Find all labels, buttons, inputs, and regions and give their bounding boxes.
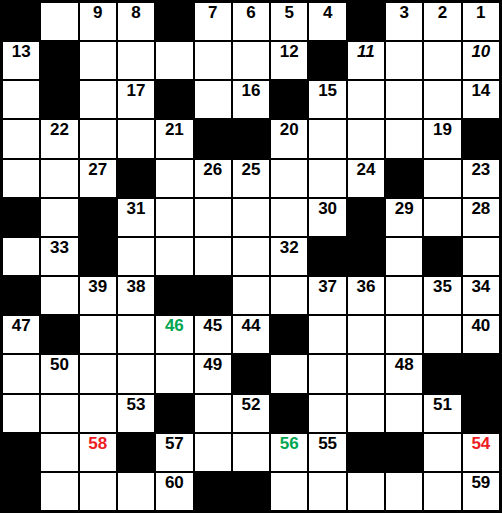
cell-r4c4[interactable]	[118, 120, 154, 157]
cell-r6c5[interactable]	[156, 199, 192, 236]
cell-r2c4[interactable]	[118, 42, 154, 79]
cell-r5c7[interactable]: 25	[233, 160, 269, 197]
clue-number-22: 22	[50, 120, 69, 139]
cell-r9c5[interactable]: 46	[156, 316, 192, 353]
clue-number-57: 57	[165, 434, 184, 453]
cell-r3c9[interactable]: 15	[309, 81, 345, 118]
cell-r3c7[interactable]: 16	[233, 81, 269, 118]
cell-r9c12[interactable]	[424, 316, 460, 353]
cell-r7c5[interactable]	[156, 238, 192, 275]
cell-r12c7[interactable]	[233, 434, 269, 471]
cell-r8c8[interactable]	[271, 277, 307, 314]
cell-r8c10[interactable]: 36	[348, 277, 384, 314]
cell-r2c12[interactable]	[424, 42, 460, 79]
cell-r8c9[interactable]: 37	[309, 277, 345, 314]
clue-number-13: 13	[12, 42, 31, 61]
cell-r1c3[interactable]: 9	[80, 3, 116, 40]
cell-r5c1[interactable]	[3, 160, 39, 197]
cell-r13c3[interactable]	[80, 473, 116, 510]
cell-r12c8[interactable]: 56	[271, 434, 307, 471]
cell-r5c8[interactable]	[271, 160, 307, 197]
cell-r8c13[interactable]: 34	[463, 277, 499, 314]
clue-number-36: 36	[356, 277, 375, 296]
black-cell-r5c11	[386, 160, 422, 197]
cell-r8c12[interactable]: 35	[424, 277, 460, 314]
clue-number-50: 50	[50, 355, 69, 374]
cell-r11c6[interactable]	[195, 395, 231, 432]
cell-r11c2[interactable]	[41, 395, 77, 432]
cell-r1c2[interactable]	[41, 3, 77, 40]
clue-number-52: 52	[242, 395, 261, 414]
cell-r10c5[interactable]	[156, 355, 192, 392]
clue-number-23: 23	[471, 160, 490, 179]
clue-number-45: 45	[203, 316, 222, 335]
clue-number-46: 46	[165, 316, 184, 335]
cell-r3c13[interactable]: 14	[463, 81, 499, 118]
clue-number-37: 37	[318, 277, 337, 296]
cell-r1c13[interactable]: 1	[463, 3, 499, 40]
cell-r13c12[interactable]	[424, 473, 460, 510]
cell-r10c4[interactable]	[118, 355, 154, 392]
cell-r12c2[interactable]	[41, 434, 77, 471]
cell-r8c3[interactable]: 39	[80, 277, 116, 314]
clue-number-11: 11	[357, 42, 375, 61]
cell-r4c1[interactable]	[3, 120, 39, 157]
cell-r13c5[interactable]: 60	[156, 473, 192, 510]
clue-number-16: 16	[242, 81, 261, 100]
black-cell-r10c7	[233, 355, 269, 392]
black-cell-r12c1	[3, 434, 39, 471]
black-cell-r8c6	[195, 277, 231, 314]
cell-r4c8[interactable]: 20	[271, 120, 307, 157]
cell-r2c6[interactable]	[195, 42, 231, 79]
cell-r9c7[interactable]: 44	[233, 316, 269, 353]
cell-r4c5[interactable]: 21	[156, 120, 192, 157]
cell-r3c1[interactable]	[3, 81, 39, 118]
black-cell-r4c7	[233, 120, 269, 157]
clue-number-1: 1	[476, 3, 485, 22]
cell-r12c12[interactable]	[424, 434, 460, 471]
cell-r9c11[interactable]	[386, 316, 422, 353]
black-cell-r7c9	[309, 238, 345, 275]
clue-number-34: 34	[471, 277, 490, 296]
cell-r7c4[interactable]	[118, 238, 154, 275]
cell-r6c6[interactable]	[195, 199, 231, 236]
cell-r1c7[interactable]: 6	[233, 3, 269, 40]
black-cell-r4c6	[195, 120, 231, 157]
cell-r2c7[interactable]	[233, 42, 269, 79]
clue-number-19: 19	[433, 120, 452, 139]
black-cell-r4c13	[463, 120, 499, 157]
black-cell-r13c7	[233, 473, 269, 510]
cell-r7c7[interactable]	[233, 238, 269, 275]
black-cell-r1c5	[156, 3, 192, 40]
cell-r2c5[interactable]	[156, 42, 192, 79]
crossword-board: 9876543211312111017161514222120192726252…	[0, 0, 502, 513]
clue-number-24: 24	[356, 160, 375, 179]
cell-r7c6[interactable]	[195, 238, 231, 275]
cell-r6c12[interactable]	[424, 199, 460, 236]
cell-r11c4[interactable]: 53	[118, 395, 154, 432]
black-cell-r6c1	[3, 199, 39, 236]
cell-r9c4[interactable]	[118, 316, 154, 353]
black-cell-r9c2	[41, 316, 77, 353]
clue-number-12: 12	[280, 42, 299, 61]
cell-r8c4[interactable]: 38	[118, 277, 154, 314]
cell-r2c8[interactable]: 12	[271, 42, 307, 79]
clue-number-9: 9	[93, 3, 102, 22]
cell-r10c1[interactable]	[3, 355, 39, 392]
cell-r11c3[interactable]	[80, 395, 116, 432]
clue-number-25: 25	[242, 160, 261, 179]
cell-r5c3[interactable]: 27	[80, 160, 116, 197]
cell-r9c9[interactable]	[309, 316, 345, 353]
clue-number-17: 17	[127, 81, 146, 100]
cell-r5c13[interactable]: 23	[463, 160, 499, 197]
cell-r3c4[interactable]: 17	[118, 81, 154, 118]
cell-r5c9[interactable]	[309, 160, 345, 197]
black-cell-r12c11	[386, 434, 422, 471]
clue-number-35: 35	[433, 277, 452, 296]
cell-r5c5[interactable]	[156, 160, 192, 197]
clue-number-31: 31	[127, 199, 146, 218]
cell-r6c7[interactable]	[233, 199, 269, 236]
cell-r1c9[interactable]: 4	[309, 3, 345, 40]
clue-number-7: 7	[208, 3, 217, 22]
cell-r1c8[interactable]: 5	[271, 3, 307, 40]
clue-number-26: 26	[203, 160, 222, 179]
cell-r11c10[interactable]	[348, 395, 384, 432]
clue-number-5: 5	[285, 3, 294, 22]
black-cell-r10c12	[424, 355, 460, 392]
cell-r7c2[interactable]: 33	[41, 238, 77, 275]
cell-r6c9[interactable]: 30	[309, 199, 345, 236]
cell-r13c9[interactable]	[309, 473, 345, 510]
clue-number-54: 54	[471, 434, 490, 453]
black-cell-r9c8	[271, 316, 307, 353]
cell-r1c12[interactable]: 2	[424, 3, 460, 40]
cell-r3c6[interactable]	[195, 81, 231, 118]
cell-r7c8[interactable]: 32	[271, 238, 307, 275]
clue-number-20: 20	[280, 120, 299, 139]
black-cell-r8c1	[3, 277, 39, 314]
cell-r4c12[interactable]: 19	[424, 120, 460, 157]
clue-number-39: 39	[88, 277, 107, 296]
clue-number-47: 47	[12, 316, 31, 335]
clue-number-44: 44	[242, 316, 261, 335]
clue-number-33: 33	[50, 238, 69, 257]
cell-r10c8[interactable]	[271, 355, 307, 392]
black-cell-r1c10	[348, 3, 384, 40]
cell-r9c1[interactable]: 47	[3, 316, 39, 353]
cell-r11c9[interactable]	[309, 395, 345, 432]
cell-r10c11[interactable]: 48	[386, 355, 422, 392]
cell-r11c7[interactable]: 52	[233, 395, 269, 432]
clue-number-8: 8	[131, 3, 140, 22]
cell-r10c3[interactable]	[80, 355, 116, 392]
clue-number-58: 58	[88, 434, 107, 453]
cell-r8c7[interactable]	[233, 277, 269, 314]
cell-r6c8[interactable]	[271, 199, 307, 236]
cell-r7c1[interactable]	[3, 238, 39, 275]
cell-r5c6[interactable]: 26	[195, 160, 231, 197]
cell-r6c11[interactable]: 29	[386, 199, 422, 236]
black-cell-r8c5	[156, 277, 192, 314]
clue-number-38: 38	[127, 277, 146, 296]
cell-r4c11[interactable]	[386, 120, 422, 157]
clue-number-6: 6	[246, 3, 255, 22]
black-cell-r1c1	[3, 3, 39, 40]
clue-number-29: 29	[395, 199, 414, 218]
cell-r2c13[interactable]: 10	[463, 42, 499, 79]
clue-number-40: 40	[471, 316, 490, 335]
cell-r5c2[interactable]	[41, 160, 77, 197]
cell-r7c13[interactable]	[463, 238, 499, 275]
clue-number-56: 56	[280, 434, 299, 453]
black-cell-r3c5	[156, 81, 192, 118]
black-cell-r7c3	[80, 238, 116, 275]
cell-r2c3[interactable]	[80, 42, 116, 79]
cell-r4c9[interactable]	[309, 120, 345, 157]
cell-r9c3[interactable]	[80, 316, 116, 353]
cell-r10c10[interactable]	[348, 355, 384, 392]
black-cell-r5c4	[118, 160, 154, 197]
clue-number-49: 49	[203, 355, 222, 374]
cell-r5c12[interactable]	[424, 160, 460, 197]
cell-r3c12[interactable]	[424, 81, 460, 118]
clue-number-30: 30	[318, 199, 337, 218]
black-cell-r3c2	[41, 81, 77, 118]
clue-number-10: 10	[471, 42, 490, 61]
clue-number-28: 28	[471, 199, 490, 218]
cell-r4c3[interactable]	[80, 120, 116, 157]
cell-r5c10[interactable]: 24	[348, 160, 384, 197]
cell-r2c11[interactable]	[386, 42, 422, 79]
clue-number-60: 60	[165, 473, 184, 492]
cell-r10c9[interactable]	[309, 355, 345, 392]
cell-r3c11[interactable]	[386, 81, 422, 118]
clue-number-15: 15	[318, 81, 337, 100]
cell-r11c12[interactable]: 51	[424, 395, 460, 432]
cell-r12c13[interactable]: 54	[463, 434, 499, 471]
black-cell-r13c6	[195, 473, 231, 510]
black-cell-r7c10	[348, 238, 384, 275]
black-cell-r2c2	[41, 42, 77, 79]
cell-r12c6[interactable]	[195, 434, 231, 471]
cell-r10c2[interactable]: 50	[41, 355, 77, 392]
cell-r10c6[interactable]: 49	[195, 355, 231, 392]
clue-number-3: 3	[399, 3, 408, 22]
cell-r1c4[interactable]: 8	[118, 3, 154, 40]
cell-r3c10[interactable]	[348, 81, 384, 118]
cell-r7c11[interactable]	[386, 238, 422, 275]
clue-number-21: 21	[165, 120, 184, 139]
cell-r13c2[interactable]	[41, 473, 77, 510]
black-cell-r11c13	[463, 395, 499, 432]
cell-r1c6[interactable]: 7	[195, 3, 231, 40]
black-cell-r11c5	[156, 395, 192, 432]
cell-r13c11[interactable]	[386, 473, 422, 510]
cell-r12c5[interactable]: 57	[156, 434, 192, 471]
cell-r13c8[interactable]	[271, 473, 307, 510]
cell-r6c13[interactable]: 28	[463, 199, 499, 236]
cell-r6c4[interactable]: 31	[118, 199, 154, 236]
cell-r12c3[interactable]: 58	[80, 434, 116, 471]
cell-r9c13[interactable]: 40	[463, 316, 499, 353]
crossword-grid: 9876543211312111017161514222120192726252…	[0, 0, 502, 513]
cell-r4c10[interactable]	[348, 120, 384, 157]
cell-r4c2[interactable]: 22	[41, 120, 77, 157]
cell-r13c4[interactable]	[118, 473, 154, 510]
black-cell-r6c3	[80, 199, 116, 236]
clue-number-53: 53	[127, 395, 146, 414]
black-cell-r12c10	[348, 434, 384, 471]
cell-r2c1[interactable]: 13	[3, 42, 39, 79]
black-cell-r10c13	[463, 355, 499, 392]
cell-r6c2[interactable]	[41, 199, 77, 236]
cell-r8c11[interactable]	[386, 277, 422, 314]
cell-r11c11[interactable]	[386, 395, 422, 432]
cell-r8c2[interactable]	[41, 277, 77, 314]
black-cell-r13c1	[3, 473, 39, 510]
clue-number-4: 4	[323, 3, 332, 22]
clue-number-51: 51	[433, 395, 452, 414]
clue-number-32: 32	[280, 238, 299, 257]
cell-r13c10[interactable]	[348, 473, 384, 510]
cell-r3c3[interactable]	[80, 81, 116, 118]
black-cell-r12c4	[118, 434, 154, 471]
cell-r11c1[interactable]	[3, 395, 39, 432]
cell-r2c10[interactable]: 11	[348, 42, 384, 79]
clue-number-2: 2	[438, 3, 447, 22]
black-cell-r2c9	[309, 42, 345, 79]
black-cell-r6c10	[348, 199, 384, 236]
cell-r1c11[interactable]: 3	[386, 3, 422, 40]
clue-number-55: 55	[318, 434, 337, 453]
cell-r9c10[interactable]	[348, 316, 384, 353]
cell-r12c9[interactable]: 55	[309, 434, 345, 471]
black-cell-r11c8	[271, 395, 307, 432]
clue-number-27: 27	[88, 160, 107, 179]
cell-r13c13[interactable]: 59	[463, 473, 499, 510]
clue-number-59: 59	[471, 473, 490, 492]
black-cell-r3c8	[271, 81, 307, 118]
clue-number-48: 48	[395, 355, 414, 374]
clue-number-14: 14	[471, 81, 490, 100]
cell-r9c6[interactable]: 45	[195, 316, 231, 353]
black-cell-r7c12	[424, 238, 460, 275]
